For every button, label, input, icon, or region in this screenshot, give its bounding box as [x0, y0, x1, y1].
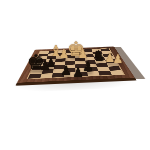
piece-black-knight: ♞ [92, 49, 105, 64]
piece-white-pawn: ♟ [78, 48, 89, 60]
piece-white-pawn: ♟ [59, 48, 70, 60]
piece-white-pawn: ♟ [105, 52, 116, 64]
piece-black-pawn: ♟ [72, 66, 84, 79]
piece-black-pawn: ♟ [39, 59, 51, 72]
piece-black-king: ♚ [27, 52, 45, 72]
piece-black-pawn: ♟ [60, 64, 72, 77]
piece-black-pawn: ♟ [82, 60, 94, 73]
piece-white-pawn: ♟ [113, 53, 124, 65]
chess-set-photo: ♝♟♚♟♟♟♚♟♟♞♟♟♟ [0, 0, 150, 150]
piece-black-pawn: ♟ [46, 57, 57, 69]
pieces-layer: ♝♟♚♟♟♟♚♟♟♞♟♟♟ [0, 0, 150, 150]
piece-white-king: ♚ [67, 39, 85, 59]
piece-white-bishop: ♝ [49, 44, 62, 59]
